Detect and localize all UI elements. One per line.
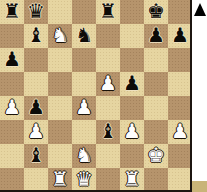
square-h4[interactable]	[168, 96, 192, 120]
square-c2[interactable]	[48, 144, 72, 168]
piece-white-pawn[interactable]: ♟	[123, 119, 141, 143]
square-a5[interactable]	[0, 72, 24, 96]
square-g4[interactable]	[144, 96, 168, 120]
square-b8[interactable]: ♛	[24, 0, 48, 24]
piece-white-pawn[interactable]: ♟	[27, 119, 45, 143]
square-b1[interactable]	[24, 168, 48, 192]
square-a1[interactable]	[0, 168, 24, 192]
piece-black-pawn[interactable]: ♟	[171, 23, 189, 47]
square-g2[interactable]: ♚	[144, 144, 168, 168]
square-h5[interactable]	[168, 72, 192, 96]
square-f6[interactable]	[120, 48, 144, 72]
piece-black-pawn[interactable]: ♟	[27, 95, 45, 119]
square-f3[interactable]: ♟	[120, 120, 144, 144]
square-h6[interactable]	[168, 48, 192, 72]
square-e2[interactable]	[96, 144, 120, 168]
side-panel	[192, 0, 207, 192]
chess-app-window: ♜♛♜♚♝♞♞♟♟♟♟♟♟♟♟♟♝♟♟♝♞♚♜♛♜	[0, 0, 207, 192]
square-h3[interactable]: ♟	[168, 120, 192, 144]
square-g8[interactable]: ♚	[144, 0, 168, 24]
square-e6[interactable]	[96, 48, 120, 72]
square-c5[interactable]	[48, 72, 72, 96]
piece-black-king[interactable]: ♚	[147, 0, 165, 23]
panel-corner-block	[192, 181, 207, 192]
square-f7[interactable]	[120, 24, 144, 48]
square-a4[interactable]: ♟	[0, 96, 24, 120]
square-a7[interactable]	[0, 24, 24, 48]
square-f8[interactable]	[120, 0, 144, 24]
square-c7[interactable]: ♞	[48, 24, 72, 48]
square-d3[interactable]	[72, 120, 96, 144]
square-a8[interactable]: ♜	[0, 0, 24, 24]
square-e8[interactable]: ♜	[96, 0, 120, 24]
square-c1[interactable]: ♜	[48, 168, 72, 192]
square-d8[interactable]	[72, 0, 96, 24]
square-f1[interactable]: ♜	[120, 168, 144, 192]
piece-white-rook[interactable]: ♜	[123, 167, 141, 191]
piece-black-pawn[interactable]: ♟	[123, 71, 141, 95]
piece-white-king[interactable]: ♚	[147, 143, 165, 167]
piece-black-queen[interactable]: ♛	[27, 0, 45, 23]
square-h2[interactable]	[168, 144, 192, 168]
square-b3[interactable]: ♟	[24, 120, 48, 144]
piece-black-bishop[interactable]: ♝	[27, 23, 45, 47]
square-h1[interactable]	[168, 168, 192, 192]
square-b6[interactable]	[24, 48, 48, 72]
square-e7[interactable]	[96, 24, 120, 48]
piece-white-knight[interactable]: ♞	[51, 23, 69, 47]
square-e1[interactable]	[96, 168, 120, 192]
square-c8[interactable]	[48, 0, 72, 24]
square-e5[interactable]: ♟	[96, 72, 120, 96]
square-g1[interactable]	[144, 168, 168, 192]
square-a3[interactable]	[0, 120, 24, 144]
piece-white-queen[interactable]: ♛	[75, 167, 93, 191]
square-g7[interactable]: ♟	[144, 24, 168, 48]
piece-white-pawn[interactable]: ♟	[99, 71, 117, 95]
square-a2[interactable]	[0, 144, 24, 168]
square-h7[interactable]: ♟	[168, 24, 192, 48]
piece-white-knight[interactable]: ♞	[75, 143, 93, 167]
square-b7[interactable]: ♝	[24, 24, 48, 48]
chess-board[interactable]: ♜♛♜♚♝♞♞♟♟♟♟♟♟♟♟♟♝♟♟♝♞♚♜♛♜	[0, 0, 192, 192]
square-g5[interactable]	[144, 72, 168, 96]
square-d2[interactable]: ♞	[72, 144, 96, 168]
square-d5[interactable]	[72, 72, 96, 96]
piece-white-pawn[interactable]: ♟	[171, 119, 189, 143]
square-b4[interactable]: ♟	[24, 96, 48, 120]
square-d7[interactable]: ♞	[72, 24, 96, 48]
square-d6[interactable]	[72, 48, 96, 72]
square-c4[interactable]	[48, 96, 72, 120]
piece-black-pawn[interactable]: ♟	[147, 23, 165, 47]
square-a6[interactable]: ♟	[0, 48, 24, 72]
piece-black-bishop[interactable]: ♝	[27, 143, 45, 167]
black-to-move-triangle-icon	[194, 3, 206, 16]
square-g6[interactable]	[144, 48, 168, 72]
square-f2[interactable]	[120, 144, 144, 168]
square-e4[interactable]	[96, 96, 120, 120]
piece-black-rook[interactable]: ♜	[99, 0, 117, 23]
piece-black-rook[interactable]: ♜	[3, 0, 21, 23]
square-d4[interactable]: ♟	[72, 96, 96, 120]
piece-white-pawn[interactable]: ♟	[3, 95, 21, 119]
piece-white-pawn[interactable]: ♟	[75, 95, 93, 119]
square-f5[interactable]: ♟	[120, 72, 144, 96]
square-e3[interactable]: ♝	[96, 120, 120, 144]
square-b2[interactable]: ♝	[24, 144, 48, 168]
square-d1[interactable]: ♛	[72, 168, 96, 192]
square-b5[interactable]	[24, 72, 48, 96]
piece-black-pawn[interactable]: ♟	[3, 47, 21, 71]
square-g3[interactable]	[144, 120, 168, 144]
board-bottom-border	[0, 190, 192, 192]
piece-black-knight[interactable]: ♞	[75, 23, 93, 47]
square-h8[interactable]	[168, 0, 192, 24]
piece-white-rook[interactable]: ♜	[51, 167, 69, 191]
square-c3[interactable]	[48, 120, 72, 144]
square-f4[interactable]	[120, 96, 144, 120]
square-c6[interactable]	[48, 48, 72, 72]
piece-black-bishop[interactable]: ♝	[99, 119, 117, 143]
